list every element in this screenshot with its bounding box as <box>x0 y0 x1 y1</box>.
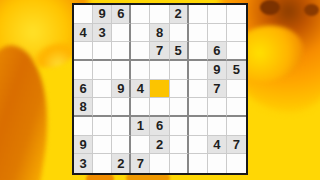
sudoku-cell[interactable] <box>170 61 189 80</box>
sudoku-cell[interactable] <box>189 136 208 155</box>
sudoku-cell[interactable] <box>208 154 227 173</box>
sudoku-cell[interactable] <box>150 61 169 80</box>
sudoku-cell[interactable] <box>93 154 112 173</box>
sudoku-cell[interactable] <box>112 24 131 43</box>
sudoku-cell[interactable] <box>131 5 150 24</box>
sudoku-cell[interactable] <box>208 117 227 136</box>
sudoku-cell[interactable] <box>227 98 246 117</box>
sudoku-cell[interactable] <box>112 42 131 61</box>
sudoku-cell-given[interactable]: 9 <box>74 136 93 155</box>
sudoku-cell[interactable] <box>189 98 208 117</box>
sudoku-cell[interactable] <box>131 42 150 61</box>
sudoku-cell-given[interactable]: 2 <box>150 136 169 155</box>
sudoku-cell-given[interactable]: 7 <box>150 42 169 61</box>
sudoku-cell-given[interactable]: 4 <box>131 80 150 99</box>
sudoku-cell[interactable] <box>74 61 93 80</box>
sudoku-cell[interactable] <box>131 98 150 117</box>
sudoku-cell[interactable] <box>208 24 227 43</box>
sudoku-cell-given[interactable]: 7 <box>131 154 150 173</box>
sudoku-cell-given[interactable]: 6 <box>208 42 227 61</box>
sudoku-cell-given[interactable]: 2 <box>170 5 189 24</box>
sudoku-cell-given[interactable]: 9 <box>93 5 112 24</box>
sudoku-cell[interactable] <box>189 117 208 136</box>
sudoku-cell[interactable] <box>189 24 208 43</box>
sudoku-cell[interactable] <box>208 5 227 24</box>
sudoku-cell-selected[interactable] <box>150 80 169 99</box>
sudoku-cell[interactable] <box>150 5 169 24</box>
sudoku-cell-given[interactable]: 8 <box>150 24 169 43</box>
sudoku-cell[interactable] <box>227 24 246 43</box>
sudoku-cell[interactable] <box>170 154 189 173</box>
sudoku-cell[interactable] <box>112 117 131 136</box>
sudoku-cell[interactable] <box>170 98 189 117</box>
sudoku-cell-given[interactable]: 5 <box>227 61 246 80</box>
sudoku-cell[interactable] <box>189 80 208 99</box>
sudoku-cell[interactable] <box>227 80 246 99</box>
sudoku-cell-given[interactable]: 6 <box>112 5 131 24</box>
sudoku-cell-given[interactable]: 1 <box>131 117 150 136</box>
sudoku-board: 9624387569569478169247327 <box>72 3 248 175</box>
sudoku-cell-given[interactable]: 7 <box>208 80 227 99</box>
sudoku-cell[interactable] <box>227 154 246 173</box>
sudoku-cell[interactable] <box>74 5 93 24</box>
sudoku-cell[interactable] <box>170 136 189 155</box>
sudoku-cell[interactable] <box>112 61 131 80</box>
sudoku-cell-given[interactable]: 9 <box>208 61 227 80</box>
background-honey-dark-spot <box>260 0 280 15</box>
sudoku-cell-given[interactable]: 7 <box>227 136 246 155</box>
sudoku-cell[interactable] <box>170 24 189 43</box>
sudoku-cell-given[interactable]: 3 <box>74 154 93 173</box>
sudoku-cell[interactable] <box>131 136 150 155</box>
sudoku-cell-given[interactable]: 9 <box>112 80 131 99</box>
sudoku-cell[interactable] <box>227 5 246 24</box>
sudoku-cell[interactable] <box>93 80 112 99</box>
sudoku-cell-given[interactable]: 6 <box>150 117 169 136</box>
sudoku-cell-given[interactable]: 2 <box>112 154 131 173</box>
sudoku-cell[interactable] <box>150 154 169 173</box>
sudoku-cell-given[interactable]: 5 <box>170 42 189 61</box>
sudoku-cell-given[interactable]: 4 <box>208 136 227 155</box>
sudoku-cell[interactable] <box>93 42 112 61</box>
background-honey-left-stream <box>0 41 61 180</box>
sudoku-cell[interactable] <box>150 98 169 117</box>
sudoku-cell[interactable] <box>74 42 93 61</box>
background-honey-dark-spot <box>304 4 319 16</box>
sudoku-cell[interactable] <box>189 61 208 80</box>
sudoku-cell[interactable] <box>227 42 246 61</box>
sudoku-cell[interactable] <box>189 154 208 173</box>
sudoku-cell-given[interactable]: 3 <box>93 24 112 43</box>
sudoku-cell-given[interactable]: 4 <box>74 24 93 43</box>
sudoku-cell[interactable] <box>93 136 112 155</box>
sudoku-cell[interactable] <box>93 98 112 117</box>
sudoku-cell[interactable] <box>112 98 131 117</box>
sudoku-cell[interactable] <box>170 80 189 99</box>
sudoku-cell[interactable] <box>131 24 150 43</box>
sudoku-cell[interactable] <box>112 136 131 155</box>
sudoku-cell[interactable] <box>74 117 93 136</box>
app-screen: 9624387569569478169247327 <box>0 0 320 180</box>
sudoku-cell[interactable] <box>93 117 112 136</box>
sudoku-cell-given[interactable]: 8 <box>74 98 93 117</box>
sudoku-cell[interactable] <box>189 42 208 61</box>
sudoku-cell[interactable] <box>208 98 227 117</box>
sudoku-cell[interactable] <box>189 5 208 24</box>
sudoku-cell[interactable] <box>170 117 189 136</box>
sudoku-cell[interactable] <box>131 61 150 80</box>
sudoku-cell-given[interactable]: 6 <box>74 80 93 99</box>
sudoku-cell[interactable] <box>93 61 112 80</box>
sudoku-cell[interactable] <box>227 117 246 136</box>
